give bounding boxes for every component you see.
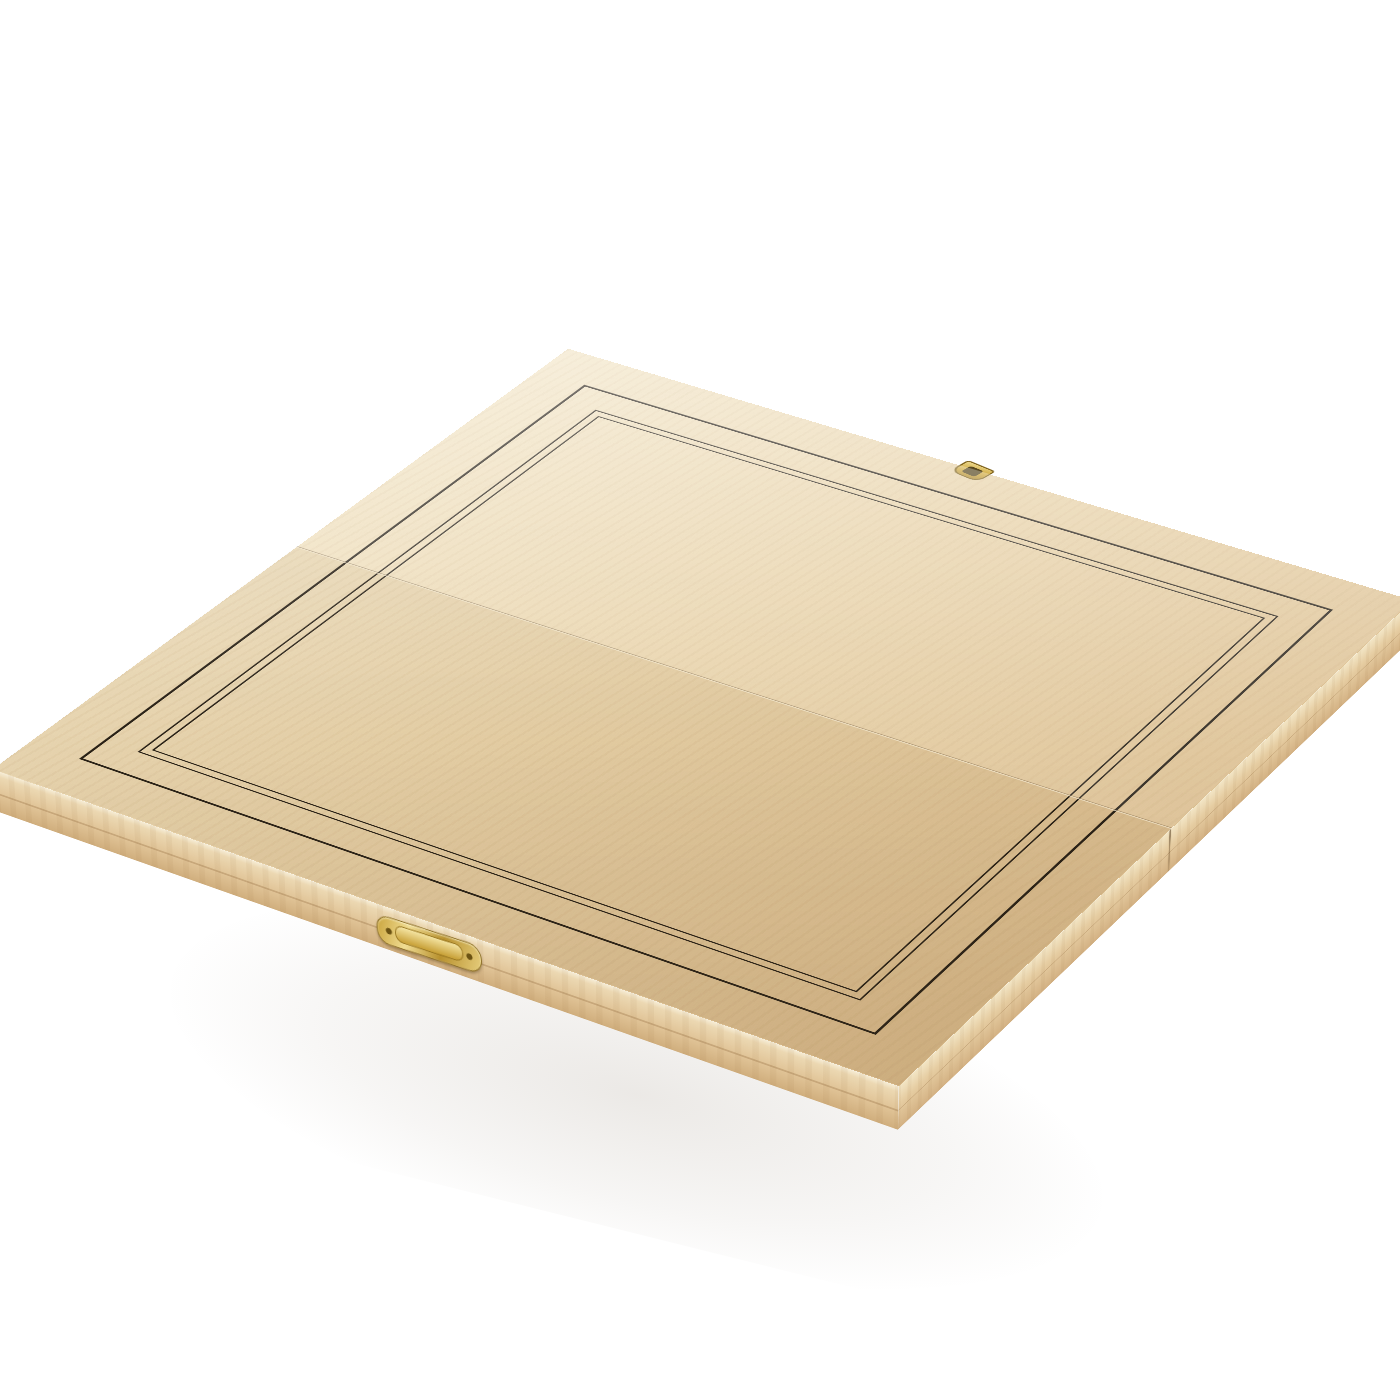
product-photo-scene (0, 0, 1400, 1400)
brass-hinge-catch (950, 460, 996, 482)
